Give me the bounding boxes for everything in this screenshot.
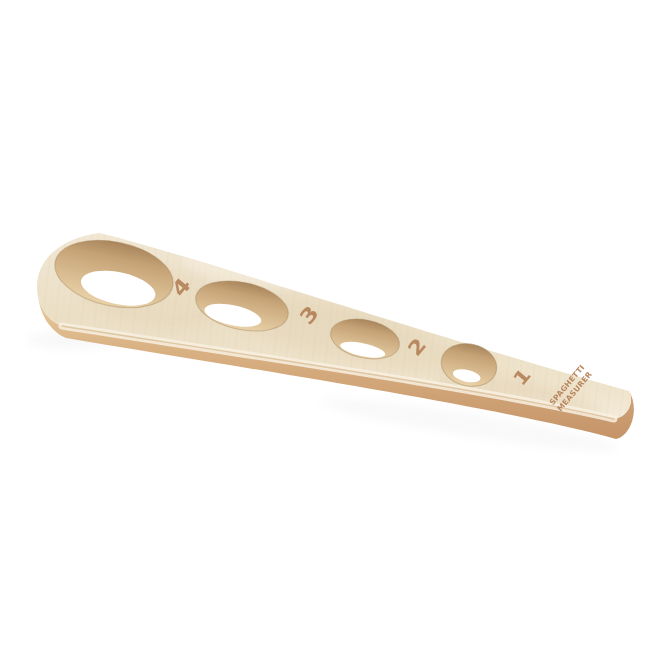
spaghetti-measurer-photo: 4 3 2 1 SPAGHETTI MEASURER	[0, 0, 650, 650]
product-photo-canvas: 4 3 2 1 SPAGHETTI MEASURER	[0, 0, 650, 650]
